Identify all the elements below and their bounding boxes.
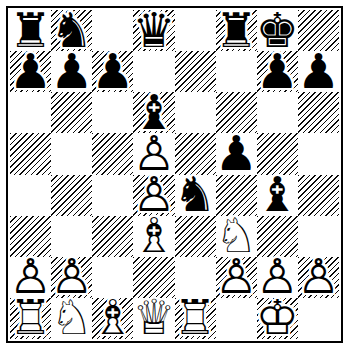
square-f5[interactable]: ♟♟: [216, 133, 257, 174]
piece-black-pawn-a7[interactable]: ♟: [9, 47, 52, 95]
piece-white-rook-e1[interactable]: ♖: [174, 293, 217, 341]
piece-black-pawn-f5[interactable]: ♟: [215, 129, 258, 177]
square-h2[interactable]: ♟♙: [298, 257, 339, 298]
piece-white-queen-d1[interactable]: ♕: [132, 293, 175, 341]
square-b5[interactable]: [51, 133, 92, 174]
piece-white-knight-b1[interactable]: ♘: [50, 293, 93, 341]
piece-white-bishop-c1[interactable]: ♗: [91, 293, 134, 341]
square-b4[interactable]: [51, 175, 92, 216]
piece-black-bishop-g4[interactable]: ♝: [256, 170, 299, 218]
piece-black-knight-e4[interactable]: ♞: [174, 170, 217, 218]
piece-white-king-g1[interactable]: ♔: [256, 293, 299, 341]
square-d8[interactable]: ♛♛: [133, 10, 174, 51]
piece-black-pawn-h7[interactable]: ♟: [297, 47, 340, 95]
square-c5[interactable]: [92, 133, 133, 174]
square-e4[interactable]: ♞♞: [175, 175, 216, 216]
square-b1[interactable]: ♞♘: [51, 298, 92, 339]
square-a5[interactable]: [10, 133, 51, 174]
square-b7[interactable]: ♟♟: [51, 51, 92, 92]
square-c7[interactable]: ♟♟: [92, 51, 133, 92]
piece-white-pawn-h2[interactable]: ♙: [297, 252, 340, 300]
square-g4[interactable]: ♝♝: [257, 175, 298, 216]
piece-black-pawn-c7[interactable]: ♟: [91, 47, 134, 95]
square-f8[interactable]: ♜♜: [216, 10, 257, 51]
piece-black-pawn-g7[interactable]: ♟: [256, 47, 299, 95]
square-c3[interactable]: [92, 216, 133, 257]
square-a4[interactable]: [10, 175, 51, 216]
square-a1[interactable]: ♜♖: [10, 298, 51, 339]
square-c1[interactable]: ♝♗: [92, 298, 133, 339]
square-c4[interactable]: [92, 175, 133, 216]
square-e1[interactable]: ♜♖: [175, 298, 216, 339]
square-d3[interactable]: ♝♗: [133, 216, 174, 257]
piece-white-pawn-f2[interactable]: ♙: [215, 252, 258, 300]
board-frame: ♜♜♞♞♛♛♜♜♚♚♟♟♟♟♟♟♟♟♟♟♝♝♟♙♟♟♟♙♞♞♝♝♝♗♞♘♟♙♟♙…: [6, 6, 343, 343]
square-h7[interactable]: ♟♟: [298, 51, 339, 92]
page-background: { "game": "chess", "position": { "fen": …: [0, 0, 350, 350]
piece-black-queen-d8[interactable]: ♛: [132, 6, 175, 54]
square-d1[interactable]: ♛♕: [133, 298, 174, 339]
square-e8[interactable]: [175, 10, 216, 51]
piece-white-bishop-d3[interactable]: ♗: [132, 211, 175, 259]
square-a7[interactable]: ♟♟: [10, 51, 51, 92]
piece-black-rook-f8[interactable]: ♜: [215, 6, 258, 54]
square-g7[interactable]: ♟♟: [257, 51, 298, 92]
square-g1[interactable]: ♚♔: [257, 298, 298, 339]
square-f2[interactable]: ♟♙: [216, 257, 257, 298]
chess-board: ♜♜♞♞♛♛♜♜♚♚♟♟♟♟♟♟♟♟♟♟♝♝♟♙♟♟♟♙♞♞♝♝♝♗♞♘♟♙♟♙…: [10, 10, 339, 339]
square-e6[interactable]: [175, 92, 216, 133]
piece-white-rook-a1[interactable]: ♖: [9, 293, 52, 341]
piece-black-pawn-b7[interactable]: ♟: [50, 47, 93, 95]
square-h4[interactable]: [298, 175, 339, 216]
square-h5[interactable]: [298, 133, 339, 174]
square-e7[interactable]: [175, 51, 216, 92]
